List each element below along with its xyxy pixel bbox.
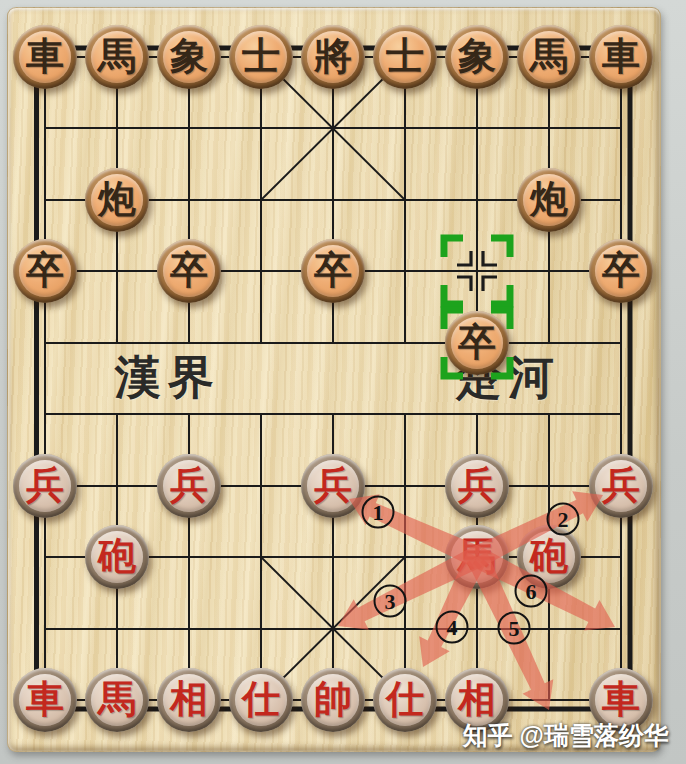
piece-glyph: 將 [314,37,352,75]
piece-face: 卒 [595,245,647,297]
piece-glyph: 卒 [602,251,640,289]
piece-red-advisor[interactable]: 仕 [229,668,293,732]
piece-glyph: 炮 [530,180,568,218]
piece-black-soldier[interactable]: 卒 [13,239,77,303]
piece-glyph: 卒 [314,251,352,289]
piece-glyph: 砲 [530,537,568,575]
piece-black-soldier[interactable]: 卒 [157,239,221,303]
piece-glyph: 兵 [170,466,208,504]
piece-glyph: 馬 [98,37,136,75]
piece-black-cannon[interactable]: 炮 [85,168,149,232]
piece-black-horse[interactable]: 馬 [517,25,581,89]
piece-red-general[interactable]: 帥 [301,668,365,732]
piece-black-soldier[interactable]: 卒 [301,239,365,303]
piece-glyph: 炮 [98,180,136,218]
piece-face: 車 [19,674,71,726]
piece-face: 仕 [379,674,431,726]
piece-glyph: 兵 [314,466,352,504]
piece-face: 仕 [235,674,287,726]
piece-black-advisor[interactable]: 士 [373,25,437,89]
piece-face: 卒 [451,317,503,369]
piece-red-cannon[interactable]: 砲 [85,525,149,589]
piece-glyph: 車 [602,680,640,718]
move-number-6: 6 [515,575,548,608]
xiangqi-board[interactable] [7,7,661,752]
piece-face: 帥 [307,674,359,726]
piece-face: 車 [595,31,647,83]
move-number-4: 4 [436,611,469,644]
piece-black-chariot[interactable]: 車 [13,25,77,89]
piece-glyph: 士 [242,37,280,75]
piece-red-soldier[interactable]: 兵 [445,454,509,518]
piece-glyph: 馬 [530,37,568,75]
piece-black-soldier[interactable]: 卒 [445,311,509,375]
piece-glyph: 兵 [602,466,640,504]
piece-face: 士 [235,31,287,83]
piece-glyph: 帥 [314,680,352,718]
piece-face: 象 [451,31,503,83]
piece-red-advisor[interactable]: 仕 [373,668,437,732]
piece-glyph: 車 [602,37,640,75]
move-number-2: 2 [547,503,580,536]
piece-glyph: 相 [170,680,208,718]
piece-face: 車 [19,31,71,83]
piece-glyph: 砲 [98,537,136,575]
piece-black-elephant[interactable]: 象 [157,25,221,89]
piece-red-horse[interactable]: 馬 [445,525,509,589]
piece-face: 炮 [523,174,575,226]
piece-face: 象 [163,31,215,83]
piece-glyph: 卒 [170,251,208,289]
piece-glyph: 仕 [386,680,424,718]
piece-face: 炮 [91,174,143,226]
piece-glyph: 馬 [98,680,136,718]
piece-face: 馬 [523,31,575,83]
move-number-1: 1 [362,496,395,529]
piece-glyph: 士 [386,37,424,75]
piece-face: 馬 [451,531,503,583]
piece-face: 相 [163,674,215,726]
piece-black-elephant[interactable]: 象 [445,25,509,89]
piece-black-advisor[interactable]: 士 [229,25,293,89]
piece-face: 兵 [595,460,647,512]
river-label-left: 漢界 [115,347,221,409]
piece-red-soldier[interactable]: 兵 [301,454,365,518]
piece-face: 卒 [307,245,359,297]
piece-face: 馬 [91,674,143,726]
piece-glyph: 象 [170,37,208,75]
piece-black-cannon[interactable]: 炮 [517,168,581,232]
piece-red-horse[interactable]: 馬 [85,668,149,732]
piece-face: 卒 [163,245,215,297]
piece-glyph: 仕 [242,680,280,718]
move-number-5: 5 [498,612,531,645]
piece-black-general[interactable]: 將 [301,25,365,89]
piece-face: 砲 [91,531,143,583]
piece-glyph: 象 [458,37,496,75]
piece-face: 馬 [91,31,143,83]
piece-glyph: 馬 [458,537,496,575]
piece-black-chariot[interactable]: 車 [589,25,653,89]
piece-glyph: 卒 [26,251,64,289]
piece-red-elephant[interactable]: 相 [157,668,221,732]
piece-glyph: 車 [26,680,64,718]
piece-red-chariot[interactable]: 車 [13,668,77,732]
piece-black-soldier[interactable]: 卒 [589,239,653,303]
watermark: 知乎 @瑞雪落纷华 [463,719,669,752]
piece-red-soldier[interactable]: 兵 [589,454,653,518]
piece-face: 兵 [19,460,71,512]
piece-red-soldier[interactable]: 兵 [13,454,77,518]
piece-face: 兵 [163,460,215,512]
piece-glyph: 車 [26,37,64,75]
screenshot-stage: 漢界 楚河 車馬象士將士象馬車炮炮卒卒卒卒卒兵兵兵兵兵砲馬砲車馬相仕帥仕相車 1… [0,0,686,764]
piece-black-horse[interactable]: 馬 [85,25,149,89]
piece-face: 兵 [307,460,359,512]
piece-glyph: 兵 [458,466,496,504]
piece-face: 士 [379,31,431,83]
piece-face: 卒 [19,245,71,297]
piece-face: 將 [307,31,359,83]
piece-glyph: 兵 [26,466,64,504]
piece-glyph: 卒 [458,323,496,361]
piece-red-soldier[interactable]: 兵 [157,454,221,518]
piece-glyph: 相 [458,680,496,718]
move-number-3: 3 [374,585,407,618]
piece-face: 兵 [451,460,503,512]
